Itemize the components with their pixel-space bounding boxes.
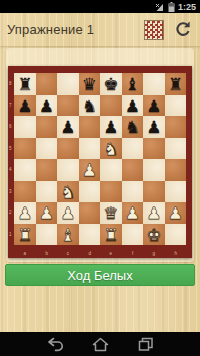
- square-f4[interactable]: [122, 159, 144, 181]
- rank-label-7: 7: [9, 97, 13, 113]
- square-b6[interactable]: [36, 116, 58, 138]
- rank-label-6: 6: [9, 119, 13, 135]
- rank-label-5: 5: [9, 140, 13, 156]
- square-e1[interactable]: ♜: [100, 224, 122, 246]
- white-knight-piece: ♞: [100, 138, 122, 160]
- signal-icon: [155, 2, 165, 12]
- square-d2[interactable]: [79, 202, 101, 224]
- black-knight-piece: ♞: [79, 95, 101, 117]
- square-b7[interactable]: ♟: [36, 95, 58, 117]
- square-f1[interactable]: [122, 224, 144, 246]
- square-a8[interactable]: ♜: [14, 73, 36, 95]
- square-h2[interactable]: ♟: [165, 202, 187, 224]
- square-h3[interactable]: [165, 181, 187, 203]
- board-grid: ♜♛♚♝♜♟♟♞♟♟♟♟♞♟♞♟♞♟♟♟♛♟♟♟♜♝♜♚87654321abcd…: [14, 73, 186, 245]
- black-bishop-piece: ♝: [122, 73, 144, 95]
- black-rook-piece: ♜: [14, 73, 36, 95]
- square-h4[interactable]: [165, 159, 187, 181]
- file-label-d: d: [81, 251, 97, 256]
- status-time: 1:25: [178, 2, 196, 12]
- square-f2[interactable]: ♟: [122, 202, 144, 224]
- square-b3[interactable]: [36, 181, 58, 203]
- square-a3[interactable]: [14, 181, 36, 203]
- black-pawn-piece: ♟: [122, 95, 144, 117]
- square-b5[interactable]: [36, 138, 58, 160]
- square-c1[interactable]: ♝: [57, 224, 79, 246]
- white-pawn-piece: ♟: [122, 202, 144, 224]
- chess-board: ♜♛♚♝♜♟♟♞♟♟♟♟♞♟♞♟♞♟♟♟♛♟♟♟♜♝♜♚87654321abcd…: [8, 66, 192, 258]
- action-bar: Упражнение 1: [0, 13, 200, 46]
- square-d3[interactable]: [79, 181, 101, 203]
- white-pawn-piece: ♟: [165, 202, 187, 224]
- square-g1[interactable]: ♚: [143, 224, 165, 246]
- square-e8[interactable]: ♚: [100, 73, 122, 95]
- white-pawn-piece: ♟: [79, 159, 101, 181]
- square-a5[interactable]: [14, 138, 36, 160]
- square-c5[interactable]: [57, 138, 79, 160]
- square-b8[interactable]: [36, 73, 58, 95]
- white-rook-piece: ♜: [14, 224, 36, 246]
- square-e4[interactable]: [100, 159, 122, 181]
- square-h7[interactable]: [165, 95, 187, 117]
- status-bar: 1:25: [0, 0, 200, 13]
- black-queen-piece: ♛: [79, 73, 101, 95]
- square-d6[interactable]: [79, 116, 101, 138]
- black-knight-piece: ♞: [122, 116, 144, 138]
- white-pawn-piece: ♟: [143, 202, 165, 224]
- square-f6[interactable]: ♞: [122, 116, 144, 138]
- square-e6[interactable]: ♟: [100, 116, 122, 138]
- square-a6[interactable]: [14, 116, 36, 138]
- square-c7[interactable]: [57, 95, 79, 117]
- square-h6[interactable]: [165, 116, 187, 138]
- square-b4[interactable]: [36, 159, 58, 181]
- black-pawn-piece: ♟: [14, 95, 36, 117]
- android-nav-bar: [0, 332, 200, 356]
- file-label-a: a: [17, 251, 33, 256]
- rank-label-3: 3: [9, 183, 13, 199]
- square-e2[interactable]: ♛: [100, 202, 122, 224]
- square-d4[interactable]: ♟: [79, 159, 101, 181]
- refresh-icon[interactable]: [173, 20, 193, 40]
- black-rook-piece: ♜: [165, 73, 187, 95]
- square-f5[interactable]: [122, 138, 144, 160]
- black-king-piece: ♚: [100, 73, 122, 95]
- chessboard-icon[interactable]: [144, 20, 164, 40]
- file-label-g: g: [146, 251, 162, 256]
- square-d5[interactable]: [79, 138, 101, 160]
- white-queen-piece: ♛: [100, 202, 122, 224]
- back-icon[interactable]: [47, 337, 64, 352]
- square-f7[interactable]: ♟: [122, 95, 144, 117]
- square-g8[interactable]: [143, 73, 165, 95]
- square-f8[interactable]: ♝: [122, 73, 144, 95]
- square-e5[interactable]: ♞: [100, 138, 122, 160]
- black-pawn-piece: ♟: [143, 116, 165, 138]
- square-f3[interactable]: [122, 181, 144, 203]
- white-rook-piece: ♜: [100, 224, 122, 246]
- square-a7[interactable]: ♟: [14, 95, 36, 117]
- square-g7[interactable]: ♟: [143, 95, 165, 117]
- file-label-b: b: [38, 251, 54, 256]
- square-h8[interactable]: ♜: [165, 73, 187, 95]
- rank-label-8: 8: [9, 76, 13, 92]
- file-label-c: c: [60, 251, 76, 256]
- file-label-h: h: [167, 251, 183, 256]
- white-bishop-piece: ♝: [57, 224, 79, 246]
- rank-label-2: 2: [9, 205, 13, 221]
- square-c8[interactable]: [57, 73, 79, 95]
- black-pawn-piece: ♟: [100, 116, 122, 138]
- square-g5[interactable]: [143, 138, 165, 160]
- square-a1[interactable]: ♜: [14, 224, 36, 246]
- white-pawn-piece: ♟: [36, 202, 58, 224]
- square-e3[interactable]: [100, 181, 122, 203]
- square-b2[interactable]: ♟: [36, 202, 58, 224]
- square-b1[interactable]: [36, 224, 58, 246]
- square-c4[interactable]: [57, 159, 79, 181]
- square-h1[interactable]: [165, 224, 187, 246]
- turn-indicator: Ход Белых: [5, 264, 195, 286]
- phone-screen: 1:25 Упражнение 1 ♜♛♚♝♜♟♟♞♟♟♟♟♞♟♞♟♞♟♟♟♛♟…: [0, 0, 200, 356]
- page-title: Упражнение 1: [7, 22, 135, 37]
- battery-icon: [168, 2, 175, 12]
- square-g2[interactable]: ♟: [143, 202, 165, 224]
- white-pawn-piece: ♟: [57, 202, 79, 224]
- square-c2[interactable]: ♟: [57, 202, 79, 224]
- square-g6[interactable]: ♟: [143, 116, 165, 138]
- square-g3[interactable]: [143, 181, 165, 203]
- rank-label-4: 4: [9, 162, 13, 178]
- white-knight-piece: ♞: [57, 181, 79, 203]
- square-c6[interactable]: ♟: [57, 116, 79, 138]
- recents-icon[interactable]: [137, 337, 154, 352]
- square-d1[interactable]: [79, 224, 101, 246]
- square-a4[interactable]: [14, 159, 36, 181]
- black-pawn-piece: ♟: [143, 95, 165, 117]
- square-e7[interactable]: [100, 95, 122, 117]
- square-a2[interactable]: ♟: [14, 202, 36, 224]
- black-pawn-piece: ♟: [57, 116, 79, 138]
- white-pawn-piece: ♟: [14, 202, 36, 224]
- rank-label-1: 1: [9, 226, 13, 242]
- square-d8[interactable]: ♛: [79, 73, 101, 95]
- white-king-piece: ♚: [143, 224, 165, 246]
- black-pawn-piece: ♟: [36, 95, 58, 117]
- file-label-e: e: [103, 251, 119, 256]
- file-label-f: f: [124, 251, 140, 256]
- square-d7[interactable]: ♞: [79, 95, 101, 117]
- square-h5[interactable]: [165, 138, 187, 160]
- square-g4[interactable]: [143, 159, 165, 181]
- square-c3[interactable]: ♞: [57, 181, 79, 203]
- home-icon[interactable]: [92, 337, 109, 352]
